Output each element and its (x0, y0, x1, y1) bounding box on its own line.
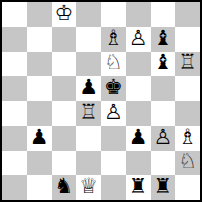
square-f8[interactable] (126, 2, 151, 27)
square-c6[interactable] (52, 52, 77, 77)
square-a7[interactable] (2, 27, 27, 52)
chess-board: ♔♗♙♝♘♝♖♟♚♖♙♟♟♙♗♘♞♕♜♜ (0, 0, 202, 202)
square-g5[interactable] (151, 76, 176, 101)
square-h3[interactable]: ♗ (175, 126, 200, 151)
white-bishop: ♗ (178, 127, 197, 148)
white-bishop: ♗ (104, 28, 123, 49)
square-e8[interactable] (101, 2, 126, 27)
black-pawn: ♟ (129, 127, 148, 148)
square-d4[interactable]: ♖ (76, 101, 101, 126)
white-queen: ♕ (79, 176, 98, 197)
square-g1[interactable]: ♜ (151, 175, 176, 200)
black-pawn: ♟ (30, 127, 49, 148)
square-g7[interactable]: ♝ (151, 27, 176, 52)
square-e3[interactable] (101, 126, 126, 151)
square-d3[interactable] (76, 126, 101, 151)
square-e2[interactable] (101, 151, 126, 176)
square-a4[interactable] (2, 101, 27, 126)
square-a1[interactable] (2, 175, 27, 200)
square-h1[interactable] (175, 175, 200, 200)
chess-diagram: ♔♗♙♝♘♝♖♟♚♖♙♟♟♙♗♘♞♕♜♜ (0, 0, 202, 202)
square-h7[interactable] (175, 27, 200, 52)
square-d6[interactable] (76, 52, 101, 77)
white-king: ♔ (54, 3, 73, 24)
square-g2[interactable] (151, 151, 176, 176)
square-e4[interactable]: ♙ (101, 101, 126, 126)
black-bishop: ♝ (153, 28, 172, 49)
square-h6[interactable]: ♖ (175, 52, 200, 77)
square-f4[interactable] (126, 101, 151, 126)
white-knight: ♘ (178, 151, 197, 172)
square-e5[interactable]: ♚ (101, 76, 126, 101)
square-f7[interactable]: ♙ (126, 27, 151, 52)
square-d7[interactable] (76, 27, 101, 52)
square-c4[interactable] (52, 101, 77, 126)
square-h2[interactable]: ♘ (175, 151, 200, 176)
white-pawn: ♙ (153, 127, 172, 148)
square-g8[interactable] (151, 2, 176, 27)
square-c1[interactable]: ♞ (52, 175, 77, 200)
square-a2[interactable] (2, 151, 27, 176)
square-e1[interactable] (101, 175, 126, 200)
black-pawn: ♟ (79, 77, 98, 98)
square-f1[interactable]: ♜ (126, 175, 151, 200)
black-knight: ♞ (54, 176, 73, 197)
square-b3[interactable]: ♟ (27, 126, 52, 151)
white-rook: ♖ (178, 52, 197, 73)
square-c8[interactable]: ♔ (52, 2, 77, 27)
black-rook: ♜ (129, 176, 148, 197)
square-d2[interactable] (76, 151, 101, 176)
square-h5[interactable] (175, 76, 200, 101)
square-b1[interactable] (27, 175, 52, 200)
square-c2[interactable] (52, 151, 77, 176)
square-b6[interactable] (27, 52, 52, 77)
black-rook: ♜ (153, 176, 172, 197)
square-e6[interactable]: ♘ (101, 52, 126, 77)
square-g3[interactable]: ♙ (151, 126, 176, 151)
square-f6[interactable] (126, 52, 151, 77)
square-d5[interactable]: ♟ (76, 76, 101, 101)
white-rook: ♖ (79, 102, 98, 123)
square-b8[interactable] (27, 2, 52, 27)
square-c5[interactable] (52, 76, 77, 101)
square-h4[interactable] (175, 101, 200, 126)
square-b5[interactable] (27, 76, 52, 101)
black-bishop: ♝ (153, 52, 172, 73)
square-h8[interactable] (175, 2, 200, 27)
square-b4[interactable] (27, 101, 52, 126)
square-e7[interactable]: ♗ (101, 27, 126, 52)
square-a8[interactable] (2, 2, 27, 27)
square-b2[interactable] (27, 151, 52, 176)
white-pawn: ♙ (104, 102, 123, 123)
square-g6[interactable]: ♝ (151, 52, 176, 77)
square-g4[interactable] (151, 101, 176, 126)
square-a3[interactable] (2, 126, 27, 151)
square-c7[interactable] (52, 27, 77, 52)
square-f3[interactable]: ♟ (126, 126, 151, 151)
square-f2[interactable] (126, 151, 151, 176)
black-king: ♚ (104, 77, 123, 98)
square-f5[interactable] (126, 76, 151, 101)
white-knight: ♘ (104, 52, 123, 73)
square-c3[interactable] (52, 126, 77, 151)
square-a6[interactable] (2, 52, 27, 77)
square-a5[interactable] (2, 76, 27, 101)
square-d8[interactable] (76, 2, 101, 27)
white-pawn: ♙ (129, 28, 148, 49)
square-d1[interactable]: ♕ (76, 175, 101, 200)
square-b7[interactable] (27, 27, 52, 52)
